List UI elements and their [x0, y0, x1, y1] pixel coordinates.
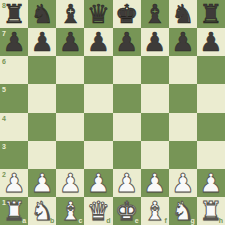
- square-f4[interactable]: [141, 113, 169, 141]
- piece-white-knight-b1[interactable]: ♞: [28, 197, 56, 225]
- square-a8[interactable]: 8♜: [0, 0, 28, 28]
- piece-white-rook-a1[interactable]: ♜: [0, 197, 28, 225]
- square-d3[interactable]: [84, 141, 112, 169]
- square-a2[interactable]: 2♟: [0, 169, 28, 197]
- square-h6[interactable]: [197, 56, 225, 84]
- rank-label-3: 3: [2, 143, 6, 150]
- square-e7[interactable]: ♟: [113, 28, 141, 56]
- square-h1[interactable]: h♜: [197, 197, 225, 225]
- square-c5[interactable]: [56, 84, 84, 112]
- square-c3[interactable]: [56, 141, 84, 169]
- square-c7[interactable]: ♟: [56, 28, 84, 56]
- square-g8[interactable]: ♞: [169, 0, 197, 28]
- piece-white-pawn-d2[interactable]: ♟: [84, 169, 112, 197]
- square-a3[interactable]: 3: [0, 141, 28, 169]
- square-f7[interactable]: ♟: [141, 28, 169, 56]
- square-d2[interactable]: ♟: [84, 169, 112, 197]
- square-h4[interactable]: [197, 113, 225, 141]
- piece-black-rook-h8[interactable]: ♜: [197, 0, 225, 28]
- square-c4[interactable]: [56, 113, 84, 141]
- square-f6[interactable]: [141, 56, 169, 84]
- square-h7[interactable]: ♟: [197, 28, 225, 56]
- square-c8[interactable]: ♝: [56, 0, 84, 28]
- square-h2[interactable]: ♟: [197, 169, 225, 197]
- rank-label-5: 5: [2, 86, 6, 93]
- piece-black-queen-d8[interactable]: ♛: [84, 0, 112, 28]
- piece-white-bishop-c1[interactable]: ♝: [56, 197, 84, 225]
- piece-black-pawn-c7[interactable]: ♟: [56, 28, 84, 56]
- square-a4[interactable]: 4: [0, 113, 28, 141]
- square-d8[interactable]: ♛: [84, 0, 112, 28]
- piece-white-pawn-c2[interactable]: ♟: [56, 169, 84, 197]
- square-e5[interactable]: [113, 84, 141, 112]
- piece-white-rook-h1[interactable]: ♜: [197, 197, 225, 225]
- square-b4[interactable]: [28, 113, 56, 141]
- square-e3[interactable]: [113, 141, 141, 169]
- square-a6[interactable]: 6: [0, 56, 28, 84]
- piece-white-king-e1[interactable]: ♚: [113, 197, 141, 225]
- square-b7[interactable]: ♟: [28, 28, 56, 56]
- square-a7[interactable]: 7♟: [0, 28, 28, 56]
- square-e1[interactable]: e♚: [113, 197, 141, 225]
- square-b5[interactable]: [28, 84, 56, 112]
- square-e4[interactable]: [113, 113, 141, 141]
- square-c6[interactable]: [56, 56, 84, 84]
- square-f3[interactable]: [141, 141, 169, 169]
- square-e2[interactable]: ♟: [113, 169, 141, 197]
- piece-black-pawn-b7[interactable]: ♟: [28, 28, 56, 56]
- square-f2[interactable]: ♟: [141, 169, 169, 197]
- square-b3[interactable]: [28, 141, 56, 169]
- piece-white-pawn-b2[interactable]: ♟: [28, 169, 56, 197]
- square-e6[interactable]: [113, 56, 141, 84]
- chess-board: 8♜♞♝♛♚♝♞♜7♟♟♟♟♟♟♟♟65432♟♟♟♟♟♟♟♟1a♜b♞c♝d♛…: [0, 0, 225, 225]
- square-a5[interactable]: 5: [0, 84, 28, 112]
- piece-black-pawn-h7[interactable]: ♟: [197, 28, 225, 56]
- square-g6[interactable]: [169, 56, 197, 84]
- piece-black-pawn-e7[interactable]: ♟: [113, 28, 141, 56]
- piece-black-pawn-f7[interactable]: ♟: [141, 28, 169, 56]
- piece-black-knight-b8[interactable]: ♞: [28, 0, 56, 28]
- square-f5[interactable]: [141, 84, 169, 112]
- piece-black-pawn-d7[interactable]: ♟: [84, 28, 112, 56]
- piece-black-bishop-f8[interactable]: ♝: [141, 0, 169, 28]
- square-f8[interactable]: ♝: [141, 0, 169, 28]
- square-h8[interactable]: ♜: [197, 0, 225, 28]
- square-d7[interactable]: ♟: [84, 28, 112, 56]
- square-a1[interactable]: 1a♜: [0, 197, 28, 225]
- square-c1[interactable]: c♝: [56, 197, 84, 225]
- square-h3[interactable]: [197, 141, 225, 169]
- square-d6[interactable]: [84, 56, 112, 84]
- piece-black-rook-a8[interactable]: ♜: [0, 0, 28, 28]
- square-h5[interactable]: [197, 84, 225, 112]
- square-b6[interactable]: [28, 56, 56, 84]
- square-b1[interactable]: b♞: [28, 197, 56, 225]
- square-f1[interactable]: f♝: [141, 197, 169, 225]
- square-g4[interactable]: [169, 113, 197, 141]
- piece-black-knight-g8[interactable]: ♞: [169, 0, 197, 28]
- piece-white-pawn-g2[interactable]: ♟: [169, 169, 197, 197]
- piece-white-pawn-f2[interactable]: ♟: [141, 169, 169, 197]
- piece-black-king-e8[interactable]: ♚: [113, 0, 141, 28]
- piece-white-knight-g1[interactable]: ♞: [169, 197, 197, 225]
- square-b8[interactable]: ♞: [28, 0, 56, 28]
- square-b2[interactable]: ♟: [28, 169, 56, 197]
- square-g2[interactable]: ♟: [169, 169, 197, 197]
- square-e8[interactable]: ♚: [113, 0, 141, 28]
- piece-white-pawn-h2[interactable]: ♟: [197, 169, 225, 197]
- piece-white-pawn-a2[interactable]: ♟: [0, 169, 28, 197]
- square-g3[interactable]: [169, 141, 197, 169]
- square-d5[interactable]: [84, 84, 112, 112]
- piece-black-bishop-c8[interactable]: ♝: [56, 0, 84, 28]
- square-g1[interactable]: g♞: [169, 197, 197, 225]
- square-g7[interactable]: ♟: [169, 28, 197, 56]
- piece-black-pawn-a7[interactable]: ♟: [0, 28, 28, 56]
- square-d4[interactable]: [84, 113, 112, 141]
- square-g5[interactable]: [169, 84, 197, 112]
- square-d1[interactable]: d♛: [84, 197, 112, 225]
- piece-white-bishop-f1[interactable]: ♝: [141, 197, 169, 225]
- square-c2[interactable]: ♟: [56, 169, 84, 197]
- piece-black-pawn-g7[interactable]: ♟: [169, 28, 197, 56]
- rank-label-4: 4: [2, 115, 6, 122]
- piece-white-queen-d1[interactable]: ♛: [84, 197, 112, 225]
- rank-label-6: 6: [2, 58, 6, 65]
- piece-white-pawn-e2[interactable]: ♟: [113, 169, 141, 197]
